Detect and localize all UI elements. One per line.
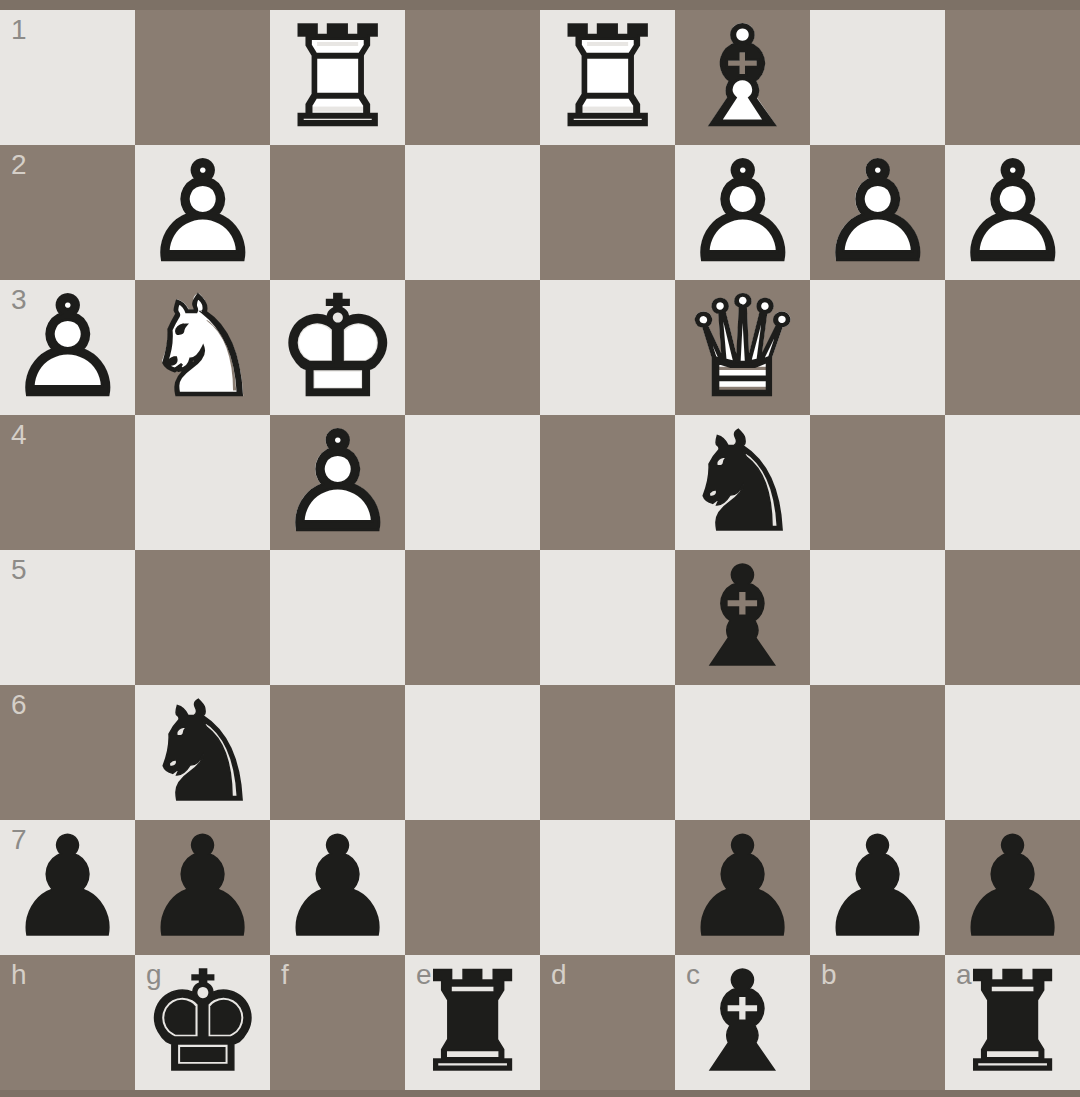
white-bishop-outline-glyph: ♗ [675, 10, 810, 145]
square-a5[interactable] [945, 550, 1080, 685]
square-e6[interactable] [405, 685, 540, 820]
square-b2[interactable]: ♟♙ [810, 145, 945, 280]
black-pawn-b7[interactable]: ♟ [810, 820, 945, 955]
square-f7[interactable]: ♟ [270, 820, 405, 955]
square-e7[interactable] [405, 820, 540, 955]
black-knight-c4[interactable]: ♞ [675, 415, 810, 550]
white-king-f3[interactable]: ♚♔ [270, 280, 405, 415]
square-b1[interactable] [810, 10, 945, 145]
file-label-d: d [551, 960, 567, 991]
square-d3[interactable] [540, 280, 675, 415]
square-b4[interactable] [810, 415, 945, 550]
square-f3[interactable]: ♚♔ [270, 280, 405, 415]
square-h5[interactable]: 5 [0, 550, 135, 685]
square-a8[interactable]: a♜ [945, 955, 1080, 1090]
white-queen-c3[interactable]: ♛♕ [675, 280, 810, 415]
file-label-c: c [686, 960, 700, 991]
black-knight-glyph: ♞ [135, 685, 270, 820]
white-pawn-b2[interactable]: ♟♙ [810, 145, 945, 280]
black-pawn-c7[interactable]: ♟ [675, 820, 810, 955]
square-d8[interactable]: d [540, 955, 675, 1090]
black-pawn-glyph: ♟ [270, 820, 405, 955]
white-pawn-outline-glyph: ♙ [810, 145, 945, 280]
rank-label-3: 3 [11, 285, 27, 316]
square-c5[interactable]: ♝ [675, 550, 810, 685]
square-e4[interactable] [405, 415, 540, 550]
square-e1[interactable] [405, 10, 540, 145]
rank-label-1: 1 [11, 15, 27, 46]
square-e3[interactable] [405, 280, 540, 415]
square-c2[interactable]: ♟♙ [675, 145, 810, 280]
white-knight-outline-glyph: ♘ [135, 280, 270, 415]
square-h6[interactable]: 6 [0, 685, 135, 820]
square-h8[interactable]: h [0, 955, 135, 1090]
square-e8[interactable]: e♜ [405, 955, 540, 1090]
rank-label-7: 7 [11, 825, 27, 856]
square-g2[interactable]: ♟♙ [135, 145, 270, 280]
square-h4[interactable]: 4 [0, 415, 135, 550]
black-bishop-c5[interactable]: ♝ [675, 550, 810, 685]
file-label-a: a [956, 960, 972, 991]
square-h1[interactable]: 1 [0, 10, 135, 145]
white-king-outline-glyph: ♔ [270, 280, 405, 415]
black-pawn-glyph: ♟ [945, 820, 1080, 955]
black-pawn-glyph: ♟ [135, 820, 270, 955]
square-g5[interactable] [135, 550, 270, 685]
square-a4[interactable] [945, 415, 1080, 550]
white-pawn-outline-glyph: ♙ [945, 145, 1080, 280]
square-d2[interactable] [540, 145, 675, 280]
square-c4[interactable]: ♞ [675, 415, 810, 550]
black-knight-glyph: ♞ [675, 415, 810, 550]
square-c3[interactable]: ♛♕ [675, 280, 810, 415]
square-f4[interactable]: ♟♙ [270, 415, 405, 550]
square-d1[interactable]: ♜♖ [540, 10, 675, 145]
file-label-e: e [416, 960, 432, 991]
square-a2[interactable]: ♟♙ [945, 145, 1080, 280]
square-a1[interactable] [945, 10, 1080, 145]
file-label-h: h [11, 960, 27, 991]
square-h7[interactable]: 7♟ [0, 820, 135, 955]
square-g1[interactable] [135, 10, 270, 145]
file-label-f: f [281, 960, 289, 991]
white-knight-g3[interactable]: ♞♘ [135, 280, 270, 415]
white-pawn-f4[interactable]: ♟♙ [270, 415, 405, 550]
square-e2[interactable] [405, 145, 540, 280]
square-a6[interactable] [945, 685, 1080, 820]
file-label-g: g [146, 960, 162, 991]
chess-app-screen: 1♜♖♜♖♝♗2♟♙♟♙♟♙♟♙3♟♙♞♘♚♔♛♕4♟♙♞5♝6♞7♟♟♟♟♟♟… [0, 0, 1080, 1097]
white-rook-d1[interactable]: ♜♖ [540, 10, 675, 145]
square-g3[interactable]: ♞♘ [135, 280, 270, 415]
white-pawn-g2[interactable]: ♟♙ [135, 145, 270, 280]
square-f6[interactable] [270, 685, 405, 820]
square-h3[interactable]: 3♟♙ [0, 280, 135, 415]
square-f8[interactable]: f [270, 955, 405, 1090]
white-pawn-a2[interactable]: ♟♙ [945, 145, 1080, 280]
white-rook-outline-glyph: ♖ [540, 10, 675, 145]
black-pawn-g7[interactable]: ♟ [135, 820, 270, 955]
square-c8[interactable]: c♝ [675, 955, 810, 1090]
white-pawn-outline-glyph: ♙ [270, 415, 405, 550]
file-label-b: b [821, 960, 837, 991]
square-a3[interactable] [945, 280, 1080, 415]
square-c1[interactable]: ♝♗ [675, 10, 810, 145]
rank-label-5: 5 [11, 555, 27, 586]
square-c7[interactable]: ♟ [675, 820, 810, 955]
square-d4[interactable] [540, 415, 675, 550]
square-b5[interactable] [810, 550, 945, 685]
black-pawn-glyph: ♟ [675, 820, 810, 955]
square-c6[interactable] [675, 685, 810, 820]
square-b7[interactable]: ♟ [810, 820, 945, 955]
square-g8[interactable]: g♚ [135, 955, 270, 1090]
black-pawn-f7[interactable]: ♟ [270, 820, 405, 955]
white-pawn-c2[interactable]: ♟♙ [675, 145, 810, 280]
black-pawn-a7[interactable]: ♟ [945, 820, 1080, 955]
square-f1[interactable]: ♜♖ [270, 10, 405, 145]
white-rook-outline-glyph: ♖ [270, 10, 405, 145]
square-g7[interactable]: ♟ [135, 820, 270, 955]
square-d6[interactable] [540, 685, 675, 820]
square-h2[interactable]: 2 [0, 145, 135, 280]
chess-board: 1♜♖♜♖♝♗2♟♙♟♙♟♙♟♙3♟♙♞♘♚♔♛♕4♟♙♞5♝6♞7♟♟♟♟♟♟… [0, 10, 1080, 1090]
square-f5[interactable] [270, 550, 405, 685]
white-bishop-c1[interactable]: ♝♗ [675, 10, 810, 145]
square-g4[interactable] [135, 415, 270, 550]
white-pawn-outline-glyph: ♙ [135, 145, 270, 280]
square-g6[interactable]: ♞ [135, 685, 270, 820]
white-rook-f1[interactable]: ♜♖ [270, 10, 405, 145]
black-bishop-glyph: ♝ [675, 550, 810, 685]
square-b3[interactable] [810, 280, 945, 415]
white-queen-outline-glyph: ♕ [675, 280, 810, 415]
white-pawn-outline-glyph: ♙ [675, 145, 810, 280]
square-d5[interactable] [540, 550, 675, 685]
rank-label-2: 2 [11, 150, 27, 181]
square-a7[interactable]: ♟ [945, 820, 1080, 955]
black-knight-g6[interactable]: ♞ [135, 685, 270, 820]
square-b8[interactable]: b [810, 955, 945, 1090]
square-e5[interactable] [405, 550, 540, 685]
rank-label-4: 4 [11, 420, 27, 451]
square-f2[interactable] [270, 145, 405, 280]
square-d7[interactable] [540, 820, 675, 955]
rank-label-6: 6 [11, 690, 27, 721]
black-pawn-glyph: ♟ [810, 820, 945, 955]
square-b6[interactable] [810, 685, 945, 820]
